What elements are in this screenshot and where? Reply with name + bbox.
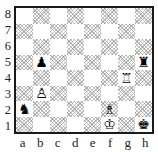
square-b5[interactable]: ♟ xyxy=(33,55,50,71)
square-h6[interactable] xyxy=(135,39,152,55)
square-g6[interactable] xyxy=(118,39,135,55)
square-c6[interactable] xyxy=(50,39,67,55)
square-c1[interactable] xyxy=(50,117,67,133)
file-label-f: f xyxy=(102,134,120,151)
square-a5[interactable] xyxy=(16,55,33,71)
square-b1[interactable] xyxy=(33,117,50,133)
square-g3[interactable] xyxy=(118,86,135,102)
file-label-g: g xyxy=(119,134,137,151)
square-c4[interactable] xyxy=(50,70,67,86)
square-d6[interactable] xyxy=(67,39,84,55)
square-g4[interactable]: ♖ xyxy=(118,70,135,86)
square-d2[interactable] xyxy=(67,101,84,117)
square-f1[interactable]: ♔ xyxy=(101,117,118,133)
square-g1[interactable] xyxy=(118,117,135,133)
square-f7[interactable] xyxy=(101,24,118,40)
square-a2[interactable]: ♞ xyxy=(16,101,33,117)
piece-black-knight[interactable]: ♞ xyxy=(18,102,31,116)
square-d7[interactable] xyxy=(67,24,84,40)
piece-white-rook[interactable]: ♖ xyxy=(120,71,133,85)
square-a7[interactable] xyxy=(16,24,33,40)
square-c2[interactable] xyxy=(50,101,67,117)
piece-black-pawn[interactable]: ♟ xyxy=(35,55,48,69)
square-g7[interactable] xyxy=(118,24,135,40)
rank-label-1: 1 xyxy=(0,118,13,134)
square-e6[interactable] xyxy=(84,39,101,55)
rank-label-2: 2 xyxy=(0,102,13,118)
rank-labels: 8 7 6 5 4 3 2 1 xyxy=(0,6,13,134)
square-b8[interactable] xyxy=(33,8,50,24)
square-g5[interactable] xyxy=(118,55,135,71)
piece-white-pawn[interactable]: ♙ xyxy=(35,86,48,100)
square-h3[interactable] xyxy=(135,86,152,102)
square-h8[interactable] xyxy=(135,8,152,24)
square-d4[interactable] xyxy=(67,70,84,86)
square-b4[interactable] xyxy=(33,70,50,86)
file-label-h: h xyxy=(137,134,155,151)
square-h1[interactable]: ♚ xyxy=(135,117,152,133)
square-f4[interactable] xyxy=(101,70,118,86)
square-b2[interactable] xyxy=(33,101,50,117)
square-e3[interactable] xyxy=(84,86,101,102)
file-label-d: d xyxy=(67,134,85,151)
file-label-e: e xyxy=(84,134,102,151)
square-d5[interactable] xyxy=(67,55,84,71)
square-b7[interactable] xyxy=(33,24,50,40)
square-e5[interactable] xyxy=(84,55,101,71)
piece-white-bishop[interactable]: ♗ xyxy=(103,102,116,116)
square-e7[interactable] xyxy=(84,24,101,40)
square-c8[interactable] xyxy=(50,8,67,24)
square-e4[interactable] xyxy=(84,70,101,86)
square-f3[interactable] xyxy=(101,86,118,102)
rank-label-5: 5 xyxy=(0,54,13,70)
square-g8[interactable] xyxy=(118,8,135,24)
piece-black-king[interactable]: ♚ xyxy=(137,117,150,131)
square-a8[interactable] xyxy=(16,8,33,24)
square-f8[interactable] xyxy=(101,8,118,24)
file-label-a: a xyxy=(14,134,32,151)
square-c3[interactable] xyxy=(50,86,67,102)
rank-label-8: 8 xyxy=(0,6,13,22)
square-g2[interactable] xyxy=(118,101,135,117)
square-c7[interactable] xyxy=(50,24,67,40)
chess-board: ♟♜♖♙♞♗♔♚ xyxy=(14,6,154,134)
square-b6[interactable] xyxy=(33,39,50,55)
square-f6[interactable] xyxy=(101,39,118,55)
square-a4[interactable] xyxy=(16,70,33,86)
square-a1[interactable] xyxy=(16,117,33,133)
square-h2[interactable] xyxy=(135,101,152,117)
square-h4[interactable] xyxy=(135,70,152,86)
square-a3[interactable] xyxy=(16,86,33,102)
rank-label-6: 6 xyxy=(0,38,13,54)
file-label-b: b xyxy=(32,134,50,151)
square-d3[interactable] xyxy=(67,86,84,102)
square-e8[interactable] xyxy=(84,8,101,24)
square-b3[interactable]: ♙ xyxy=(33,86,50,102)
square-f2[interactable]: ♗ xyxy=(101,101,118,117)
square-f5[interactable] xyxy=(101,55,118,71)
chess-diagram: 8 7 6 5 4 3 2 1 ♟♜♖♙♞♗♔♚ a b c d e f g h xyxy=(0,0,158,152)
square-e1[interactable] xyxy=(84,117,101,133)
square-c5[interactable] xyxy=(50,55,67,71)
piece-black-rook[interactable]: ♜ xyxy=(137,55,150,69)
file-label-c: c xyxy=(49,134,67,151)
file-labels: a b c d e f g h xyxy=(14,134,154,151)
square-e2[interactable] xyxy=(84,101,101,117)
square-d8[interactable] xyxy=(67,8,84,24)
piece-white-king[interactable]: ♔ xyxy=(103,117,116,131)
square-a6[interactable] xyxy=(16,39,33,55)
rank-label-4: 4 xyxy=(0,70,13,86)
square-h7[interactable] xyxy=(135,24,152,40)
rank-label-3: 3 xyxy=(0,86,13,102)
square-h5[interactable]: ♜ xyxy=(135,55,152,71)
square-d1[interactable] xyxy=(67,117,84,133)
rank-label-7: 7 xyxy=(0,22,13,38)
